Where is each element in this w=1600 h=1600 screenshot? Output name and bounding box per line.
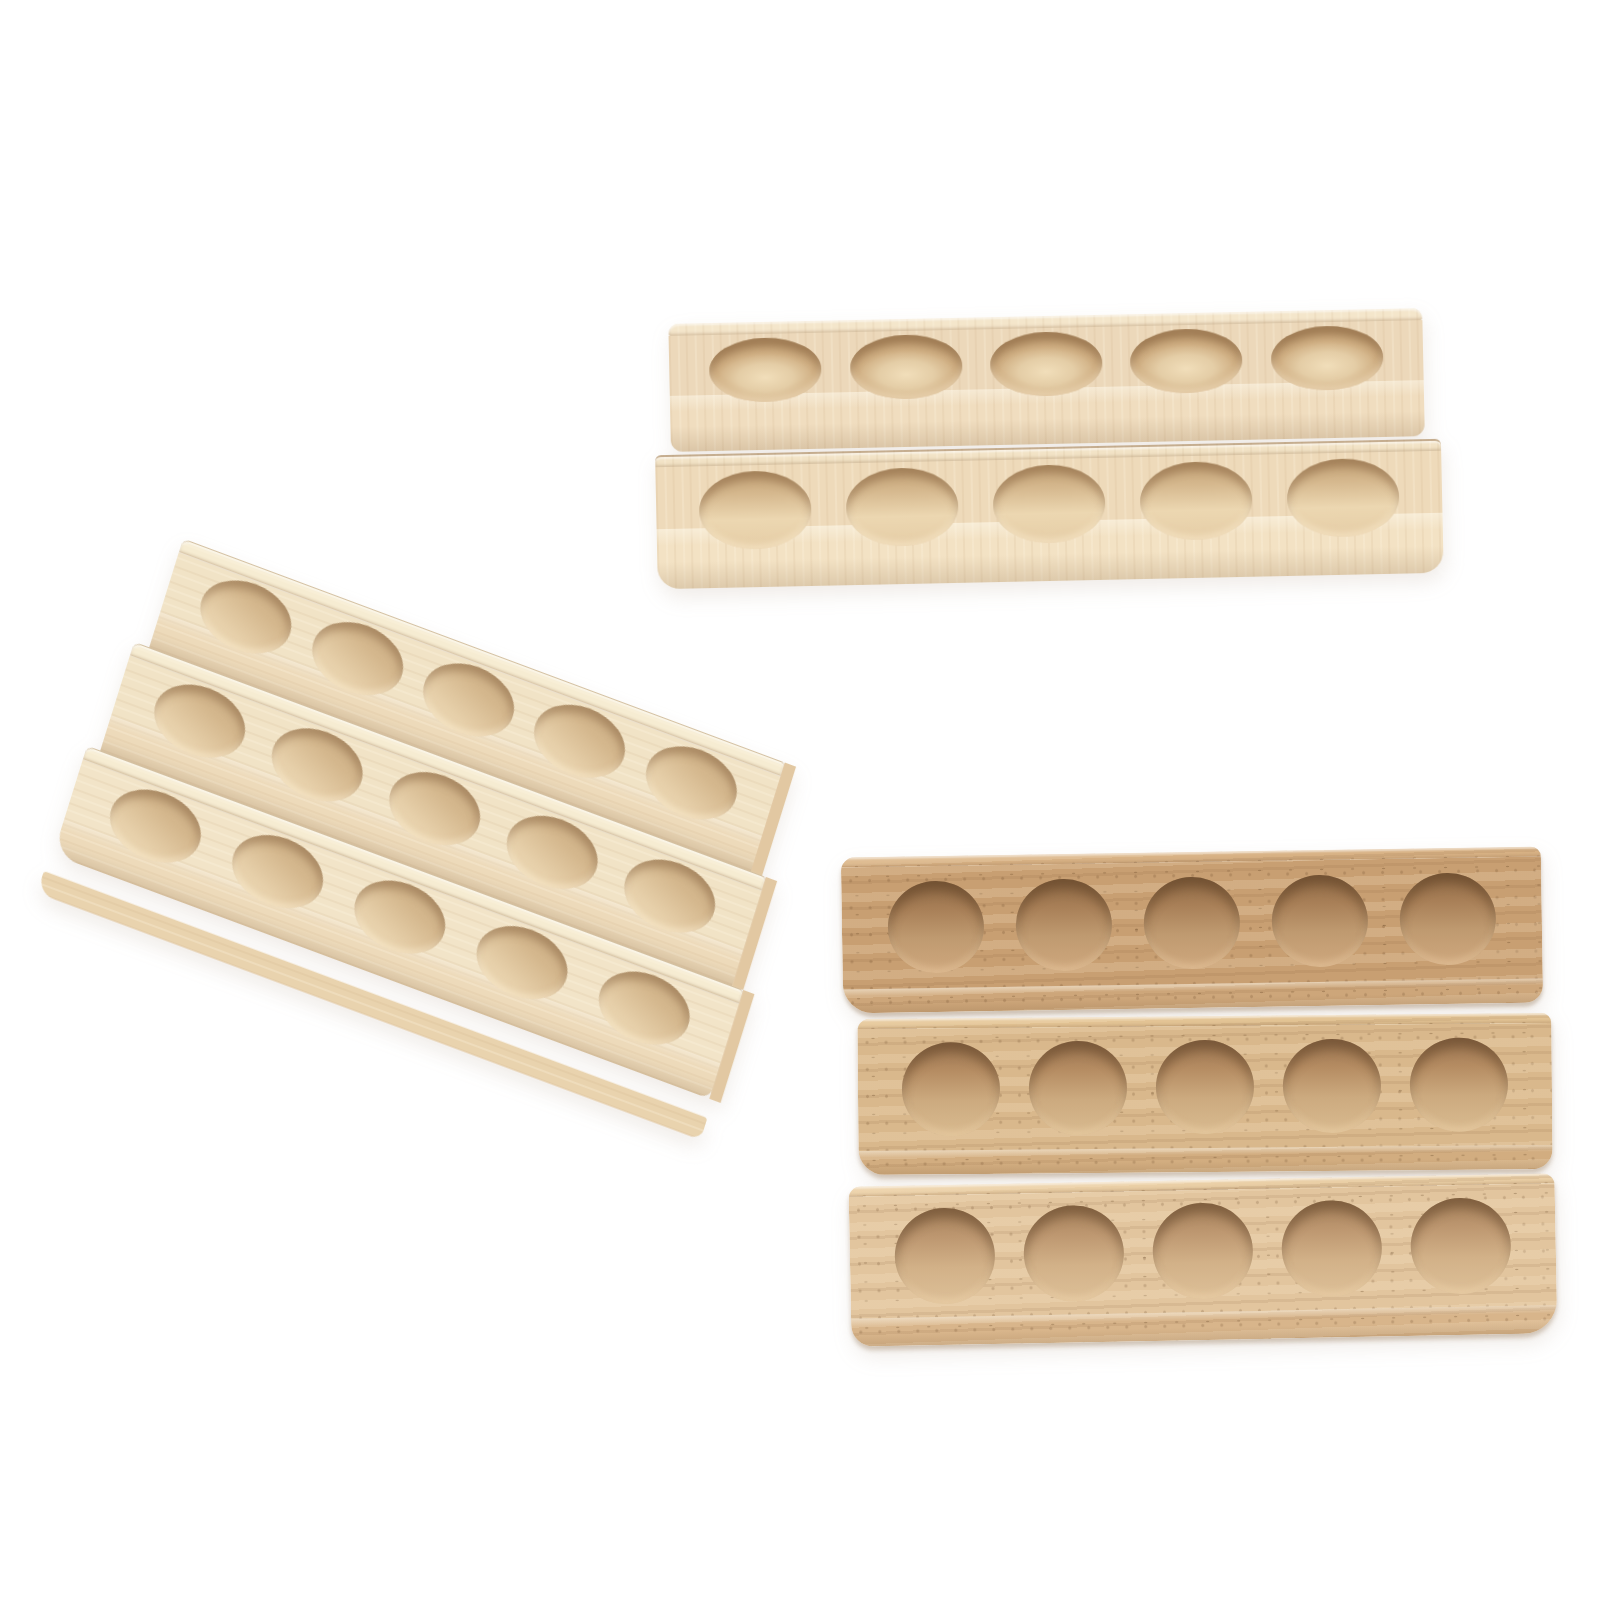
- tier-top-face: [849, 1183, 1557, 1319]
- pit-row: [849, 1183, 1557, 1319]
- pit-row: [841, 857, 1543, 990]
- tier-top-face: [857, 1023, 1552, 1151]
- wooden-rack-three-tier-bottom-right: [812, 852, 1560, 1372]
- pit-empty: [1015, 878, 1112, 971]
- pit-empty: [1143, 876, 1240, 969]
- wooden-rack-three-tier-left: [47, 528, 813, 1119]
- pit-empty: [1156, 1040, 1255, 1135]
- pit-empty: [1029, 1041, 1128, 1136]
- pit-empty: [887, 880, 984, 973]
- rack-tier-3: [849, 1173, 1558, 1347]
- product-photo-canvas: Product photo on a plain white backgroun…: [0, 0, 1600, 1600]
- pit-empty: [1409, 1037, 1508, 1132]
- pit-empty: [1271, 874, 1368, 967]
- rack-tier-2: [857, 1013, 1552, 1175]
- pit-empty: [1282, 1038, 1381, 1133]
- pit-empty: [894, 1207, 996, 1305]
- rack-tier-2: [655, 439, 1444, 589]
- pit-empty: [1410, 1197, 1512, 1295]
- pit-empty: [1023, 1205, 1125, 1303]
- rack-tier-1: [841, 847, 1543, 1014]
- pit-empty: [1399, 872, 1496, 965]
- wooden-rack-two-tier-top-right: [652, 308, 1443, 589]
- rack-tier-1: [668, 308, 1425, 452]
- tier-top-face: [841, 857, 1543, 990]
- pit-empty: [902, 1042, 1001, 1137]
- pit-row: [857, 1023, 1552, 1151]
- pit-empty: [1152, 1202, 1254, 1300]
- pit-empty: [1281, 1200, 1383, 1298]
